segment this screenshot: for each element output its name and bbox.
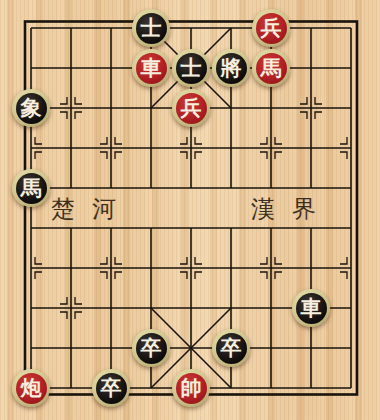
piece-black-soldier[interactable]: 卒 bbox=[92, 369, 130, 407]
piece-glyph: 馬 bbox=[21, 178, 42, 199]
piece-black-soldier[interactable]: 卒 bbox=[212, 329, 250, 367]
piece-red-cannon[interactable]: 炮 bbox=[12, 369, 50, 407]
piece-red-horse[interactable]: 馬 bbox=[252, 49, 290, 87]
piece-glyph: 士 bbox=[181, 58, 202, 79]
piece-face: 兵 bbox=[256, 13, 287, 44]
piece-glyph: 卒 bbox=[141, 338, 162, 359]
piece-glyph: 馬 bbox=[261, 58, 282, 79]
piece-glyph: 將 bbox=[221, 58, 242, 79]
xiangqi-board: 楚河 漢界 士兵車士將馬象兵馬車卒卒炮卒帥 bbox=[0, 0, 380, 420]
piece-face: 卒 bbox=[136, 333, 167, 364]
piece-glyph: 兵 bbox=[261, 18, 282, 39]
piece-glyph: 車 bbox=[141, 58, 162, 79]
piece-red-soldier[interactable]: 兵 bbox=[252, 9, 290, 47]
piece-face: 馬 bbox=[16, 173, 47, 204]
piece-face: 象 bbox=[16, 93, 47, 124]
piece-face: 帥 bbox=[176, 373, 207, 404]
piece-black-general[interactable]: 將 bbox=[212, 49, 250, 87]
piece-glyph: 炮 bbox=[21, 378, 42, 399]
piece-face: 卒 bbox=[216, 333, 247, 364]
piece-face: 炮 bbox=[16, 373, 47, 404]
piece-face: 車 bbox=[136, 53, 167, 84]
piece-glyph: 車 bbox=[301, 298, 322, 319]
piece-face: 士 bbox=[176, 53, 207, 84]
river-label-han-jie: 漢界 bbox=[251, 193, 333, 225]
piece-face: 車 bbox=[296, 293, 327, 324]
piece-face: 將 bbox=[216, 53, 247, 84]
piece-glyph: 兵 bbox=[181, 98, 202, 119]
piece-red-chariot[interactable]: 車 bbox=[132, 49, 170, 87]
piece-face: 馬 bbox=[256, 53, 287, 84]
piece-black-advisor[interactable]: 士 bbox=[132, 9, 170, 47]
piece-black-horse[interactable]: 馬 bbox=[12, 169, 50, 207]
piece-glyph: 象 bbox=[21, 98, 42, 119]
piece-glyph: 卒 bbox=[101, 378, 122, 399]
piece-face: 卒 bbox=[96, 373, 127, 404]
piece-face: 兵 bbox=[176, 93, 207, 124]
piece-glyph: 士 bbox=[141, 18, 162, 39]
piece-black-elephant[interactable]: 象 bbox=[12, 89, 50, 127]
river-label-chu-he: 楚河 bbox=[51, 193, 133, 225]
piece-face: 士 bbox=[136, 13, 167, 44]
piece-red-soldier[interactable]: 兵 bbox=[172, 89, 210, 127]
piece-black-soldier[interactable]: 卒 bbox=[132, 329, 170, 367]
piece-black-advisor[interactable]: 士 bbox=[172, 49, 210, 87]
piece-glyph: 卒 bbox=[221, 338, 242, 359]
piece-black-chariot[interactable]: 車 bbox=[292, 289, 330, 327]
piece-red-general[interactable]: 帥 bbox=[172, 369, 210, 407]
piece-glyph: 帥 bbox=[181, 378, 202, 399]
